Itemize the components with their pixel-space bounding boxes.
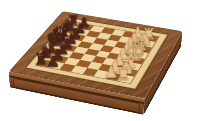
chess-set-photo: ♜♟♟♜♞♟♟♞♝♟♟♝♛♟♟♛♚♟♟♚♝♟♟♝♞♟♟♞♜♟♟♜ (0, 0, 200, 121)
square-h1: ♜ (118, 75, 134, 84)
square-e5 (84, 48, 99, 56)
square-c1: ♝ (137, 45, 152, 53)
chessboard: ♜♟♟♜♞♟♟♞♝♟♟♝♛♟♟♛♚♟♟♚♝♟♟♝♞♟♟♞♜♟♟♜ (37, 22, 159, 83)
square-h4 (82, 68, 98, 76)
square-d5 (88, 43, 103, 50)
chess-box: ♜♟♟♜♞♟♟♞♝♟♟♝♛♟♟♛♚♟♟♚♝♟♟♝♞♟♟♞♜♟♟♜ (9, 11, 182, 98)
